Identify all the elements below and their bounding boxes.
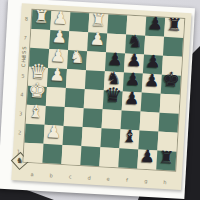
rank-label: 2 xyxy=(15,123,25,143)
square-r0c4[interactable] xyxy=(107,14,127,34)
file-label: c xyxy=(60,173,79,182)
square-r0c0[interactable]: ♜ xyxy=(31,10,51,30)
square-r1c7[interactable] xyxy=(163,37,183,57)
piece-white-pawn[interactable]: ♟ xyxy=(46,121,62,141)
square-r7c5[interactable] xyxy=(118,148,138,168)
piece-black-pawn[interactable]: ♟ xyxy=(145,51,161,71)
piece-black-pawn[interactable]: ♟ xyxy=(144,70,160,90)
piece-white-pawn[interactable]: ♟ xyxy=(50,46,66,66)
square-r4c4[interactable]: ♛ xyxy=(103,90,123,110)
square-r7c4[interactable] xyxy=(99,147,119,167)
square-r5c3[interactable] xyxy=(83,108,103,128)
piece-black-pawn[interactable]: ♟ xyxy=(124,88,140,108)
square-r4c3[interactable] xyxy=(84,89,104,109)
square-r4c1[interactable] xyxy=(46,87,66,107)
rank-label: 8 xyxy=(21,9,31,29)
square-r4c7[interactable] xyxy=(160,94,180,114)
board-squares: ♜♟♜♟♜♟♟♞♟♞♟♟♟♛♟♞♟♟♚♚♛♟♝♟♝♟♜ xyxy=(23,10,184,171)
piece-black-pawn[interactable]: ♟ xyxy=(139,146,155,166)
square-r4c6[interactable] xyxy=(141,93,161,113)
piece-black-knight[interactable]: ♞ xyxy=(127,31,143,51)
square-r7c1[interactable] xyxy=(42,144,62,164)
square-r3c7[interactable]: ♚ xyxy=(161,75,181,95)
rank-label: 5 xyxy=(18,66,28,86)
piece-black-rook[interactable]: ♜ xyxy=(158,147,174,167)
square-r3c6[interactable]: ♟ xyxy=(142,74,162,94)
square-r6c2[interactable] xyxy=(63,126,83,146)
file-label: d xyxy=(79,174,98,183)
piece-white-king[interactable]: ♚ xyxy=(28,81,47,101)
square-r0c2[interactable] xyxy=(69,12,89,32)
file-label: b xyxy=(41,172,60,181)
square-r7c7[interactable]: ♜ xyxy=(156,151,176,171)
photo-scene: 87654321 abcdefgh CHESS ♞ ♜♟♜♟♜♟♟♞♟♞♟♟♟♛… xyxy=(0,0,200,200)
piece-black-king[interactable]: ♚ xyxy=(162,70,181,90)
square-r2c2[interactable]: ♞ xyxy=(67,50,87,70)
square-r2c3[interactable] xyxy=(86,51,106,71)
square-r6c3[interactable] xyxy=(81,127,101,147)
square-r5c0[interactable]: ♝ xyxy=(26,105,46,125)
file-label: f xyxy=(117,176,136,185)
square-r1c0[interactable] xyxy=(30,29,50,49)
piece-white-bishop[interactable]: ♝ xyxy=(28,101,44,121)
file-label: e xyxy=(98,175,117,184)
square-r0c7[interactable]: ♜ xyxy=(164,18,184,38)
piece-white-pawn[interactable]: ♟ xyxy=(52,8,68,28)
square-r4c5[interactable]: ♟ xyxy=(122,91,142,111)
piece-black-pawn[interactable]: ♟ xyxy=(126,50,142,70)
square-r6c5[interactable]: ♝ xyxy=(119,129,139,149)
square-r7c3[interactable] xyxy=(80,146,100,166)
square-r6c1[interactable]: ♟ xyxy=(44,125,64,145)
piece-white-rook[interactable]: ♜ xyxy=(90,10,106,30)
square-r0c6[interactable]: ♟ xyxy=(145,17,165,37)
rank-label: 4 xyxy=(17,85,27,105)
square-r5c4[interactable] xyxy=(102,109,122,129)
chess-board: 87654321 abcdefgh CHESS ♞ ♜♟♜♟♜♟♟♞♟♞♟♟♟♛… xyxy=(11,3,191,190)
piece-white-knight[interactable]: ♞ xyxy=(69,47,85,67)
file-label: a xyxy=(22,171,41,180)
square-r7c0[interactable] xyxy=(23,143,43,163)
square-r3c2[interactable] xyxy=(66,69,86,89)
piece-white-pawn[interactable]: ♟ xyxy=(49,65,65,85)
piece-black-pawn[interactable]: ♟ xyxy=(147,13,163,33)
piece-white-pawn[interactable]: ♟ xyxy=(89,29,105,49)
square-r3c1[interactable]: ♟ xyxy=(47,68,67,88)
square-r6c4[interactable] xyxy=(100,128,120,148)
square-r5c2[interactable] xyxy=(64,107,84,127)
piece-black-rook[interactable]: ♜ xyxy=(166,14,182,34)
square-r6c0[interactable] xyxy=(25,124,45,144)
square-r3c3[interactable] xyxy=(85,70,105,90)
piece-black-queen[interactable]: ♛ xyxy=(104,85,123,105)
square-r7c6[interactable]: ♟ xyxy=(137,149,157,169)
file-label: g xyxy=(136,177,155,186)
square-r5c6[interactable] xyxy=(139,112,159,132)
piece-black-bishop[interactable]: ♝ xyxy=(121,126,137,146)
square-r4c2[interactable] xyxy=(65,88,85,108)
square-r7c2[interactable] xyxy=(61,145,81,165)
piece-white-rook[interactable]: ♜ xyxy=(33,7,49,27)
piece-black-pawn[interactable]: ♟ xyxy=(107,49,123,69)
square-r5c7[interactable] xyxy=(158,113,178,133)
file-label: h xyxy=(155,179,174,188)
square-r1c3[interactable]: ♟ xyxy=(87,32,107,52)
piece-black-pawn[interactable]: ♟ xyxy=(125,69,141,89)
piece-white-pawn[interactable]: ♟ xyxy=(51,27,67,47)
rank-label: 3 xyxy=(16,104,26,124)
